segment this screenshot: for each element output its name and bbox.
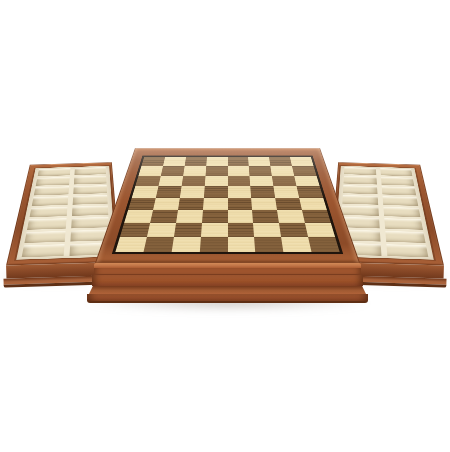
box-side bbox=[92, 275, 363, 286]
left-drawer-compartment[interactable] bbox=[72, 195, 107, 205]
board-square[interactable] bbox=[184, 157, 206, 166]
board-square[interactable] bbox=[292, 166, 316, 176]
board-square[interactable] bbox=[180, 186, 205, 197]
board-square[interactable] bbox=[275, 198, 302, 210]
board-square[interactable] bbox=[204, 186, 228, 197]
board-square[interactable] bbox=[299, 198, 327, 210]
right-drawer-compartment[interactable] bbox=[382, 196, 418, 206]
board-square[interactable] bbox=[272, 176, 297, 186]
left-drawer-compartment[interactable] bbox=[36, 177, 70, 186]
board-border-line bbox=[112, 156, 344, 255]
left-drawer-compartment[interactable] bbox=[34, 186, 69, 195]
right-drawer-compartment[interactable] bbox=[381, 186, 416, 195]
board-square[interactable] bbox=[228, 157, 250, 166]
chess-board bbox=[95, 148, 360, 263]
board-square[interactable] bbox=[228, 223, 255, 237]
board-square[interactable] bbox=[204, 176, 227, 186]
board-square[interactable] bbox=[294, 176, 319, 186]
board-square[interactable] bbox=[281, 237, 311, 252]
left-drawer-compartment[interactable] bbox=[71, 206, 108, 216]
board-square[interactable] bbox=[305, 223, 335, 237]
board-square[interactable] bbox=[249, 166, 272, 176]
board-square[interactable] bbox=[202, 210, 228, 223]
board-square[interactable] bbox=[150, 210, 178, 223]
right-drawer-compartment[interactable] bbox=[386, 244, 428, 257]
right-drawer-compartment[interactable] bbox=[384, 218, 423, 229]
board-square[interactable] bbox=[174, 223, 202, 237]
board-square[interactable] bbox=[132, 186, 158, 197]
right-drawer-compartment[interactable] bbox=[343, 185, 377, 194]
left-drawer-compartment[interactable] bbox=[22, 244, 64, 257]
board-square[interactable] bbox=[302, 210, 331, 223]
board-square[interactable] bbox=[156, 186, 182, 197]
board-square[interactable] bbox=[251, 186, 276, 197]
board-square[interactable] bbox=[181, 176, 205, 186]
board-square[interactable] bbox=[128, 198, 156, 210]
board-square[interactable] bbox=[203, 198, 228, 210]
left-drawer-compartment[interactable] bbox=[38, 168, 71, 176]
board-squares bbox=[115, 157, 339, 252]
board-square[interactable] bbox=[274, 186, 300, 197]
board-square[interactable] bbox=[228, 210, 254, 223]
right-drawer-compartment[interactable] bbox=[380, 168, 413, 176]
board-square[interactable] bbox=[206, 157, 228, 166]
left-drawer-compartment[interactable] bbox=[24, 231, 65, 243]
board-square[interactable] bbox=[248, 157, 270, 166]
base-plinth bbox=[87, 294, 368, 303]
board-square[interactable] bbox=[178, 198, 204, 210]
right-drawer-compartment[interactable] bbox=[381, 177, 415, 186]
left-drawer-compartment[interactable] bbox=[74, 167, 106, 175]
board-square[interactable] bbox=[252, 210, 279, 223]
left-drawer-compartment[interactable] bbox=[29, 207, 67, 218]
right-drawer-compartment[interactable] bbox=[342, 195, 377, 205]
board-square[interactable] bbox=[161, 166, 185, 176]
right-drawer-compartment[interactable] bbox=[342, 206, 379, 216]
board-square[interactable] bbox=[199, 237, 227, 252]
board-square[interactable] bbox=[143, 237, 173, 252]
left-drawer-compartment[interactable] bbox=[32, 196, 68, 206]
board-square[interactable] bbox=[138, 166, 162, 176]
board-square[interactable] bbox=[228, 186, 252, 197]
board-square[interactable] bbox=[153, 198, 180, 210]
left-drawer-compartment[interactable] bbox=[73, 176, 106, 185]
board-square[interactable] bbox=[115, 237, 147, 252]
board-square[interactable] bbox=[271, 166, 295, 176]
board-square[interactable] bbox=[277, 210, 305, 223]
right-drawer-compartment[interactable] bbox=[383, 207, 421, 218]
board-frame bbox=[95, 148, 360, 263]
left-drawer-compartment[interactable] bbox=[27, 218, 66, 229]
right-drawer-compartment[interactable] bbox=[385, 231, 426, 243]
board-square[interactable] bbox=[290, 157, 314, 166]
board-square[interactable] bbox=[201, 223, 228, 237]
chess-box-product-photo bbox=[0, 0, 450, 452]
board-square[interactable] bbox=[279, 223, 308, 237]
board-square[interactable] bbox=[171, 237, 200, 252]
board-square[interactable] bbox=[228, 166, 250, 176]
right-drawer-compartment[interactable] bbox=[344, 167, 376, 175]
board-square[interactable] bbox=[124, 210, 153, 223]
base-moulding bbox=[89, 286, 366, 294]
board-square[interactable] bbox=[163, 157, 186, 166]
board-square[interactable] bbox=[141, 157, 165, 166]
right-drawer-compartment[interactable] bbox=[343, 176, 376, 185]
board-square[interactable] bbox=[254, 237, 283, 252]
board-square[interactable] bbox=[205, 166, 227, 176]
board-square[interactable] bbox=[253, 223, 281, 237]
board-square[interactable] bbox=[147, 223, 176, 237]
board-square[interactable] bbox=[176, 210, 203, 223]
board-square[interactable] bbox=[228, 237, 256, 252]
left-drawer-compartment[interactable] bbox=[71, 217, 109, 228]
left-drawer-compartment[interactable] bbox=[73, 185, 107, 194]
board-square[interactable] bbox=[269, 157, 292, 166]
left-storage-drawer[interactable] bbox=[0, 0, 120, 266]
board-square[interactable] bbox=[308, 237, 340, 252]
board-square[interactable] bbox=[158, 176, 183, 186]
board-square[interactable] bbox=[250, 176, 274, 186]
right-storage-drawer[interactable] bbox=[330, 0, 450, 266]
lid-edge bbox=[94, 268, 361, 275]
board-square[interactable] bbox=[251, 198, 277, 210]
board-square[interactable] bbox=[297, 186, 323, 197]
board-square[interactable] bbox=[120, 223, 150, 237]
board-square[interactable] bbox=[228, 198, 253, 210]
board-square[interactable] bbox=[135, 176, 160, 186]
board-square[interactable] bbox=[228, 176, 251, 186]
board-square[interactable] bbox=[183, 166, 206, 176]
